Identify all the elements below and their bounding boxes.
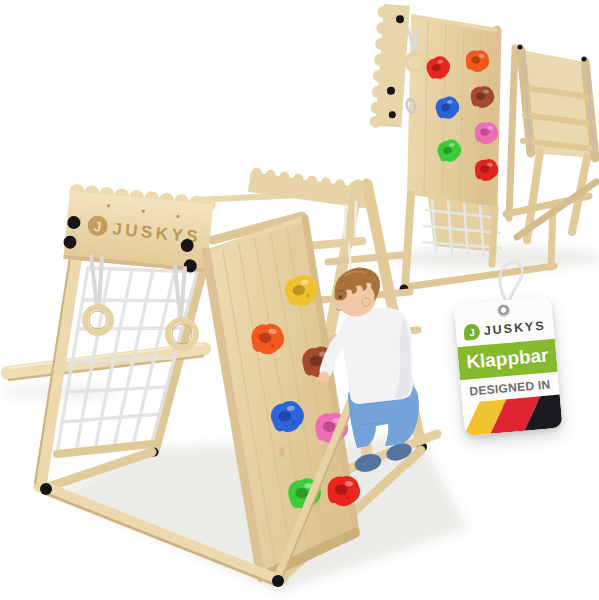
tag-brand-text: JUSKYS bbox=[483, 319, 546, 338]
tag-badge-klappbar: Klappbar bbox=[457, 339, 558, 380]
tag-grommet bbox=[496, 304, 510, 318]
eye bbox=[339, 295, 342, 298]
ear bbox=[362, 298, 370, 306]
tag-brand-row: J JUSKYS bbox=[463, 318, 546, 341]
foot-cap bbox=[40, 483, 52, 495]
folded-header-board bbox=[369, 4, 410, 130]
tag-monogram: J bbox=[469, 326, 476, 337]
folded-ladder-panel bbox=[506, 45, 596, 241]
engraved-monogram: J bbox=[93, 218, 102, 235]
foot-cap bbox=[272, 575, 284, 587]
hand bbox=[319, 372, 330, 383]
juskys-leaf-logo-icon: J bbox=[463, 323, 480, 340]
hang-tag: J JUSKYS Klappbar DESIGNED IN GERMANY bbox=[453, 296, 562, 436]
header-board: J JUSKYS bbox=[62, 183, 217, 274]
product-photo: J JUSKYS bbox=[0, 0, 599, 600]
